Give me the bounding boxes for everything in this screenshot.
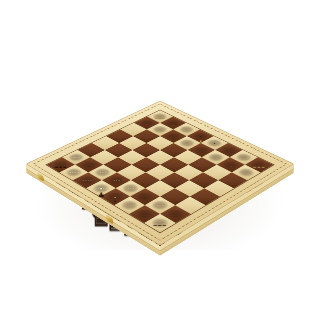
brass-clasp-icon (106, 215, 113, 224)
brass-clasp-icon (38, 173, 44, 182)
chess-scene: ♜♞♝♚♛♝♞♜♟♟♟♟♟♟♟♟♟♟♟♟♟♟♟♟♜♞♝♚♛♝♞♜ (0, 0, 320, 320)
board-frame: ♜♞♝♚♛♝♞♜♟♟♟♟♟♟♟♟♟♟♟♟♟♟♟♟♜♞♝♚♛♝♞♜ (26, 101, 295, 246)
chess-board: ♜♞♝♚♛♝♞♜♟♟♟♟♟♟♟♟♟♟♟♟♟♟♟♟♜♞♝♚♛♝♞♜ (26, 101, 295, 246)
board-grid: ♜♞♝♚♛♝♞♜♟♟♟♟♟♟♟♟♟♟♟♟♟♟♟♟♜♞♝♚♛♝♞♜ (45, 110, 274, 233)
finial-icon (100, 182, 101, 189)
finial-icon (200, 130, 201, 137)
piece-shadow (148, 216, 172, 230)
